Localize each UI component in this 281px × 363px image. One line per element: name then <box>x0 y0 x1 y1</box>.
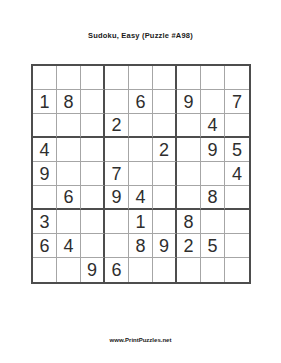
sudoku-cell-r7c7: 8 <box>177 210 201 234</box>
sudoku-cell-r8c6: 9 <box>153 234 177 258</box>
sudoku-cell-r8c7: 2 <box>177 234 201 258</box>
sudoku-cell-r1c5 <box>129 66 153 90</box>
sudoku-cell-r1c4 <box>105 66 129 90</box>
footer-site-url: www.PrintPuzzles.net <box>0 337 281 343</box>
sudoku-cell-r9c6 <box>153 258 177 282</box>
sudoku-cell-r1c1 <box>33 66 57 90</box>
sudoku-cell-r9c4: 6 <box>105 258 129 282</box>
sudoku-cell-r4c7 <box>177 138 201 162</box>
sudoku-cell-r5c2 <box>57 162 81 186</box>
sudoku-cell-r9c7 <box>177 258 201 282</box>
sudoku-cell-r6c8: 8 <box>201 186 225 210</box>
sudoku-cell-r7c3 <box>81 210 105 234</box>
sudoku-cell-r6c2: 6 <box>57 186 81 210</box>
sudoku-cell-r3c6 <box>153 114 177 138</box>
sudoku-cell-r8c9 <box>225 234 249 258</box>
sudoku-cell-r7c4 <box>105 210 129 234</box>
sudoku-cell-r7c5: 1 <box>129 210 153 234</box>
sudoku-cell-r3c8: 4 <box>201 114 225 138</box>
sudoku-cell-r8c1: 6 <box>33 234 57 258</box>
sudoku-cell-r2c6 <box>153 90 177 114</box>
sudoku-cell-r4c8: 9 <box>201 138 225 162</box>
sudoku-cell-r5c4: 7 <box>105 162 129 186</box>
sudoku-cell-r8c4 <box>105 234 129 258</box>
sudoku-cell-r3c3 <box>81 114 105 138</box>
sudoku-cell-r8c3 <box>81 234 105 258</box>
sudoku-cell-r3c7 <box>177 114 201 138</box>
sudoku-cell-r3c9 <box>225 114 249 138</box>
page: Sudoku, Easy (Puzzle #A98) 1869724429597… <box>0 0 281 363</box>
sudoku-cell-r7c6 <box>153 210 177 234</box>
sudoku-cell-r4c5 <box>129 138 153 162</box>
sudoku-cell-r6c1 <box>33 186 57 210</box>
sudoku-cell-r8c8: 5 <box>201 234 225 258</box>
sudoku-cell-r1c8 <box>201 66 225 90</box>
sudoku-cell-r2c7: 9 <box>177 90 201 114</box>
sudoku-cell-r5c1: 9 <box>33 162 57 186</box>
sudoku-cell-r2c2: 8 <box>57 90 81 114</box>
sudoku-cell-r5c3 <box>81 162 105 186</box>
puzzle-title: Sudoku, Easy (Puzzle #A98) <box>0 31 281 40</box>
sudoku-board: 18697244295974694831864892596 <box>31 64 251 284</box>
sudoku-cell-r2c3 <box>81 90 105 114</box>
sudoku-cell-r1c2 <box>57 66 81 90</box>
sudoku-cell-r9c3: 9 <box>81 258 105 282</box>
sudoku-cell-r2c9: 7 <box>225 90 249 114</box>
sudoku-cell-r1c9 <box>225 66 249 90</box>
sudoku-cell-r4c1: 4 <box>33 138 57 162</box>
sudoku-cell-r2c1: 1 <box>33 90 57 114</box>
sudoku-cell-r4c9: 5 <box>225 138 249 162</box>
sudoku-cell-r7c1: 3 <box>33 210 57 234</box>
sudoku-cell-r5c8 <box>201 162 225 186</box>
sudoku-cell-r2c4 <box>105 90 129 114</box>
sudoku-cell-r5c5 <box>129 162 153 186</box>
sudoku-cell-r3c1 <box>33 114 57 138</box>
sudoku-cell-r7c8 <box>201 210 225 234</box>
sudoku-cell-r6c6 <box>153 186 177 210</box>
sudoku-cell-r3c5 <box>129 114 153 138</box>
sudoku-cell-r4c4 <box>105 138 129 162</box>
sudoku-cell-r6c4: 9 <box>105 186 129 210</box>
sudoku-cell-r9c8 <box>201 258 225 282</box>
sudoku-cell-r1c3 <box>81 66 105 90</box>
sudoku-cell-r8c5: 8 <box>129 234 153 258</box>
sudoku-cell-r5c9: 4 <box>225 162 249 186</box>
sudoku-cell-r6c9 <box>225 186 249 210</box>
sudoku-cell-r3c4: 2 <box>105 114 129 138</box>
sudoku-cell-r9c2 <box>57 258 81 282</box>
sudoku-cell-r1c6 <box>153 66 177 90</box>
sudoku-cell-r6c5: 4 <box>129 186 153 210</box>
sudoku-cell-r1c7 <box>177 66 201 90</box>
sudoku-cell-r9c5 <box>129 258 153 282</box>
sudoku-cell-r8c2: 4 <box>57 234 81 258</box>
sudoku-cell-r7c9 <box>225 210 249 234</box>
sudoku-cell-r2c5: 6 <box>129 90 153 114</box>
sudoku-cell-r9c9 <box>225 258 249 282</box>
sudoku-cell-r4c2 <box>57 138 81 162</box>
sudoku-cell-r9c1 <box>33 258 57 282</box>
sudoku-cell-r5c7 <box>177 162 201 186</box>
sudoku-cell-r3c2 <box>57 114 81 138</box>
sudoku-cell-r7c2 <box>57 210 81 234</box>
sudoku-cell-r4c3 <box>81 138 105 162</box>
sudoku-cell-r6c3 <box>81 186 105 210</box>
sudoku-cell-r2c8 <box>201 90 225 114</box>
sudoku-cell-r5c6 <box>153 162 177 186</box>
sudoku-cell-r4c6: 2 <box>153 138 177 162</box>
sudoku-cell-r6c7 <box>177 186 201 210</box>
